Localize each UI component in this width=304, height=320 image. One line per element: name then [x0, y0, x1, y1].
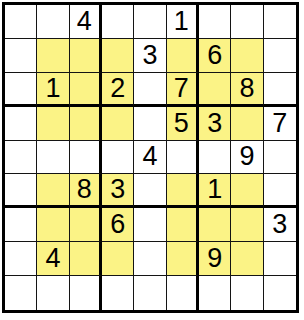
cell-r9c5[interactable] — [134, 276, 166, 310]
cell-r9c9[interactable] — [264, 276, 296, 310]
cell-r6c4[interactable]: 3 — [102, 174, 134, 208]
cell-r2c2[interactable] — [37, 39, 69, 73]
cell-r8c4[interactable] — [102, 242, 134, 276]
cell-r7c4[interactable]: 6 — [102, 208, 134, 242]
cell-r2c7[interactable]: 6 — [199, 39, 231, 73]
cell-r2c5[interactable]: 3 — [134, 39, 166, 73]
cell-r8c7[interactable]: 9 — [199, 242, 231, 276]
cell-r3c1[interactable] — [5, 73, 37, 107]
cell-r3c5[interactable] — [134, 73, 166, 107]
cell-r5c1[interactable] — [5, 141, 37, 175]
cell-r2c1[interactable] — [5, 39, 37, 73]
cell-r6c6[interactable] — [167, 174, 199, 208]
cell-r8c5[interactable] — [134, 242, 166, 276]
cell-r3c2[interactable]: 1 — [37, 73, 69, 107]
cell-r5c2[interactable] — [37, 141, 69, 175]
cell-r4c3[interactable] — [70, 107, 102, 141]
cell-r1c5[interactable] — [134, 5, 166, 39]
cell-r6c3[interactable]: 8 — [70, 174, 102, 208]
cell-r1c9[interactable] — [264, 5, 296, 39]
sudoku-board: 41361278537498316349 — [2, 2, 299, 313]
cell-r1c7[interactable] — [199, 5, 231, 39]
cell-r7c3[interactable] — [70, 208, 102, 242]
cell-r4c1[interactable] — [5, 107, 37, 141]
cell-r9c1[interactable] — [5, 276, 37, 310]
cell-r8c2[interactable]: 4 — [37, 242, 69, 276]
cell-r7c9[interactable]: 3 — [264, 208, 296, 242]
cell-r3c9[interactable] — [264, 73, 296, 107]
cell-r9c3[interactable] — [70, 276, 102, 310]
cell-r9c2[interactable] — [37, 276, 69, 310]
cell-r1c1[interactable] — [5, 5, 37, 39]
cell-r6c1[interactable] — [5, 174, 37, 208]
cell-r5c5[interactable]: 4 — [134, 141, 166, 175]
cell-r5c9[interactable] — [264, 141, 296, 175]
cell-r1c3[interactable]: 4 — [70, 5, 102, 39]
cell-r6c9[interactable] — [264, 174, 296, 208]
cell-r5c6[interactable] — [167, 141, 199, 175]
cell-r7c8[interactable] — [231, 208, 263, 242]
cell-r2c6[interactable] — [167, 39, 199, 73]
cell-r7c6[interactable] — [167, 208, 199, 242]
cell-r4c9[interactable]: 7 — [264, 107, 296, 141]
cell-r2c8[interactable] — [231, 39, 263, 73]
cell-r5c3[interactable] — [70, 141, 102, 175]
cell-r1c4[interactable] — [102, 5, 134, 39]
cell-r4c8[interactable] — [231, 107, 263, 141]
cell-r1c6[interactable]: 1 — [167, 5, 199, 39]
cell-r4c2[interactable] — [37, 107, 69, 141]
cell-r2c9[interactable] — [264, 39, 296, 73]
cell-r2c3[interactable] — [70, 39, 102, 73]
cell-r3c4[interactable]: 2 — [102, 73, 134, 107]
cell-r4c5[interactable] — [134, 107, 166, 141]
cell-r4c7[interactable]: 3 — [199, 107, 231, 141]
cell-r9c7[interactable] — [199, 276, 231, 310]
cell-r1c8[interactable] — [231, 5, 263, 39]
cell-r9c8[interactable] — [231, 276, 263, 310]
cell-r6c8[interactable] — [231, 174, 263, 208]
cell-r4c4[interactable] — [102, 107, 134, 141]
cell-r3c8[interactable]: 8 — [231, 73, 263, 107]
cell-r8c1[interactable] — [5, 242, 37, 276]
cell-r5c7[interactable] — [199, 141, 231, 175]
cell-r8c3[interactable] — [70, 242, 102, 276]
cell-r3c7[interactable] — [199, 73, 231, 107]
cell-r6c5[interactable] — [134, 174, 166, 208]
cell-r1c2[interactable] — [37, 5, 69, 39]
cell-r3c6[interactable]: 7 — [167, 73, 199, 107]
cell-r8c6[interactable] — [167, 242, 199, 276]
cell-r5c8[interactable]: 9 — [231, 141, 263, 175]
cell-r6c2[interactable] — [37, 174, 69, 208]
cell-r7c7[interactable] — [199, 208, 231, 242]
cell-r9c6[interactable] — [167, 276, 199, 310]
cell-r3c3[interactable] — [70, 73, 102, 107]
cell-r9c4[interactable] — [102, 276, 134, 310]
cell-r8c8[interactable] — [231, 242, 263, 276]
cell-r7c5[interactable] — [134, 208, 166, 242]
cell-r4c6[interactable]: 5 — [167, 107, 199, 141]
cell-r6c7[interactable]: 1 — [199, 174, 231, 208]
cell-r5c4[interactable] — [102, 141, 134, 175]
cell-r8c9[interactable] — [264, 242, 296, 276]
cell-r7c2[interactable] — [37, 208, 69, 242]
cell-r2c4[interactable] — [102, 39, 134, 73]
cell-r7c1[interactable] — [5, 208, 37, 242]
